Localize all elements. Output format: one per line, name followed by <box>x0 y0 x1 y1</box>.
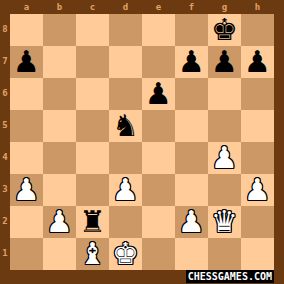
square-b3[interactable] <box>43 174 76 206</box>
square-b2[interactable]: ♟ <box>43 206 76 238</box>
chessgames-watermark-text: CHESSGAMES.COM <box>188 271 272 282</box>
file-label-c: c <box>76 0 109 15</box>
square-b6[interactable] <box>43 78 76 110</box>
square-f7[interactable]: ♟ <box>175 46 208 78</box>
square-b5[interactable] <box>43 110 76 142</box>
black-pawn[interactable]: ♟ <box>10 46 43 78</box>
square-h7[interactable]: ♟ <box>241 46 274 78</box>
black-knight[interactable]: ♞ <box>109 110 142 142</box>
rank-labels: 87654321 <box>0 14 10 270</box>
white-pawn[interactable]: ♟ <box>43 206 76 238</box>
black-pawn[interactable]: ♟ <box>175 46 208 78</box>
square-a4[interactable] <box>10 142 43 174</box>
white-pawn[interactable]: ♟ <box>10 174 43 206</box>
file-label-e: e <box>142 0 175 15</box>
white-pawn[interactable]: ♟ <box>109 174 142 206</box>
square-g8[interactable]: ♚ <box>208 14 241 46</box>
rank-label-3: 3 <box>0 174 10 206</box>
square-g2[interactable]: ♛ <box>208 206 241 238</box>
chessgames-board-widget: abcdefgh 87654321 ♚♟♟♟♟♟♞♟♟♟♟♟♜♟♛♝♚ CHES… <box>0 0 284 284</box>
square-h8[interactable] <box>241 14 274 46</box>
black-pawn[interactable]: ♟ <box>208 46 241 78</box>
square-h3[interactable]: ♟ <box>241 174 274 206</box>
square-h1[interactable] <box>241 238 274 270</box>
rank-label-7: 7 <box>0 46 10 78</box>
square-a7[interactable]: ♟ <box>10 46 43 78</box>
square-f5[interactable] <box>175 110 208 142</box>
square-a5[interactable] <box>10 110 43 142</box>
square-c1[interactable]: ♝ <box>76 238 109 270</box>
white-king[interactable]: ♚ <box>109 238 142 270</box>
square-d4[interactable] <box>109 142 142 174</box>
square-d2[interactable] <box>109 206 142 238</box>
rank-label-5: 5 <box>0 110 10 142</box>
square-b7[interactable] <box>43 46 76 78</box>
square-a6[interactable] <box>10 78 43 110</box>
square-d8[interactable] <box>109 14 142 46</box>
square-c8[interactable] <box>76 14 109 46</box>
square-f1[interactable] <box>175 238 208 270</box>
black-pawn[interactable]: ♟ <box>142 78 175 110</box>
square-f8[interactable] <box>175 14 208 46</box>
square-h4[interactable] <box>241 142 274 174</box>
square-g3[interactable] <box>208 174 241 206</box>
black-king[interactable]: ♚ <box>208 14 241 46</box>
rank-label-8: 8 <box>0 14 10 46</box>
rank-label-1: 1 <box>0 238 10 270</box>
square-d1[interactable]: ♚ <box>109 238 142 270</box>
square-e7[interactable] <box>142 46 175 78</box>
white-pawn[interactable]: ♟ <box>208 142 241 174</box>
square-d6[interactable] <box>109 78 142 110</box>
square-c3[interactable] <box>76 174 109 206</box>
square-c5[interactable] <box>76 110 109 142</box>
square-h6[interactable] <box>241 78 274 110</box>
black-pawn[interactable]: ♟ <box>241 46 274 78</box>
square-c6[interactable] <box>76 78 109 110</box>
square-b1[interactable] <box>43 238 76 270</box>
rank-label-2: 2 <box>0 206 10 238</box>
square-g1[interactable] <box>208 238 241 270</box>
square-a3[interactable]: ♟ <box>10 174 43 206</box>
square-e1[interactable] <box>142 238 175 270</box>
square-c7[interactable] <box>76 46 109 78</box>
square-e2[interactable] <box>142 206 175 238</box>
square-h2[interactable] <box>241 206 274 238</box>
chess-board[interactable]: ♚♟♟♟♟♟♞♟♟♟♟♟♜♟♛♝♚ <box>10 14 274 270</box>
square-g5[interactable] <box>208 110 241 142</box>
file-label-d: d <box>109 0 142 15</box>
square-f3[interactable] <box>175 174 208 206</box>
square-e8[interactable] <box>142 14 175 46</box>
square-e4[interactable] <box>142 142 175 174</box>
square-e3[interactable] <box>142 174 175 206</box>
rank-label-6: 6 <box>0 78 10 110</box>
file-label-f: f <box>175 0 208 15</box>
square-b8[interactable] <box>43 14 76 46</box>
chessgames-watermark: CHESSGAMES.COM <box>186 270 274 283</box>
rank-label-4: 4 <box>0 142 10 174</box>
file-label-b: b <box>43 0 76 15</box>
square-f6[interactable] <box>175 78 208 110</box>
white-pawn[interactable]: ♟ <box>241 174 274 206</box>
square-d3[interactable]: ♟ <box>109 174 142 206</box>
file-label-a: a <box>10 0 43 15</box>
file-label-h: h <box>241 0 274 15</box>
white-queen[interactable]: ♛ <box>208 206 241 238</box>
square-g4[interactable]: ♟ <box>208 142 241 174</box>
square-c4[interactable] <box>76 142 109 174</box>
square-a2[interactable] <box>10 206 43 238</box>
square-g7[interactable]: ♟ <box>208 46 241 78</box>
square-c2[interactable]: ♜ <box>76 206 109 238</box>
white-pawn[interactable]: ♟ <box>175 206 208 238</box>
square-a1[interactable] <box>10 238 43 270</box>
square-f2[interactable]: ♟ <box>175 206 208 238</box>
square-a8[interactable] <box>10 14 43 46</box>
white-bishop[interactable]: ♝ <box>76 238 109 270</box>
square-b4[interactable] <box>43 142 76 174</box>
square-d7[interactable] <box>109 46 142 78</box>
square-e5[interactable] <box>142 110 175 142</box>
square-h5[interactable] <box>241 110 274 142</box>
square-f4[interactable] <box>175 142 208 174</box>
square-g6[interactable] <box>208 78 241 110</box>
square-d5[interactable]: ♞ <box>109 110 142 142</box>
square-e6[interactable]: ♟ <box>142 78 175 110</box>
black-rook[interactable]: ♜ <box>76 206 109 238</box>
